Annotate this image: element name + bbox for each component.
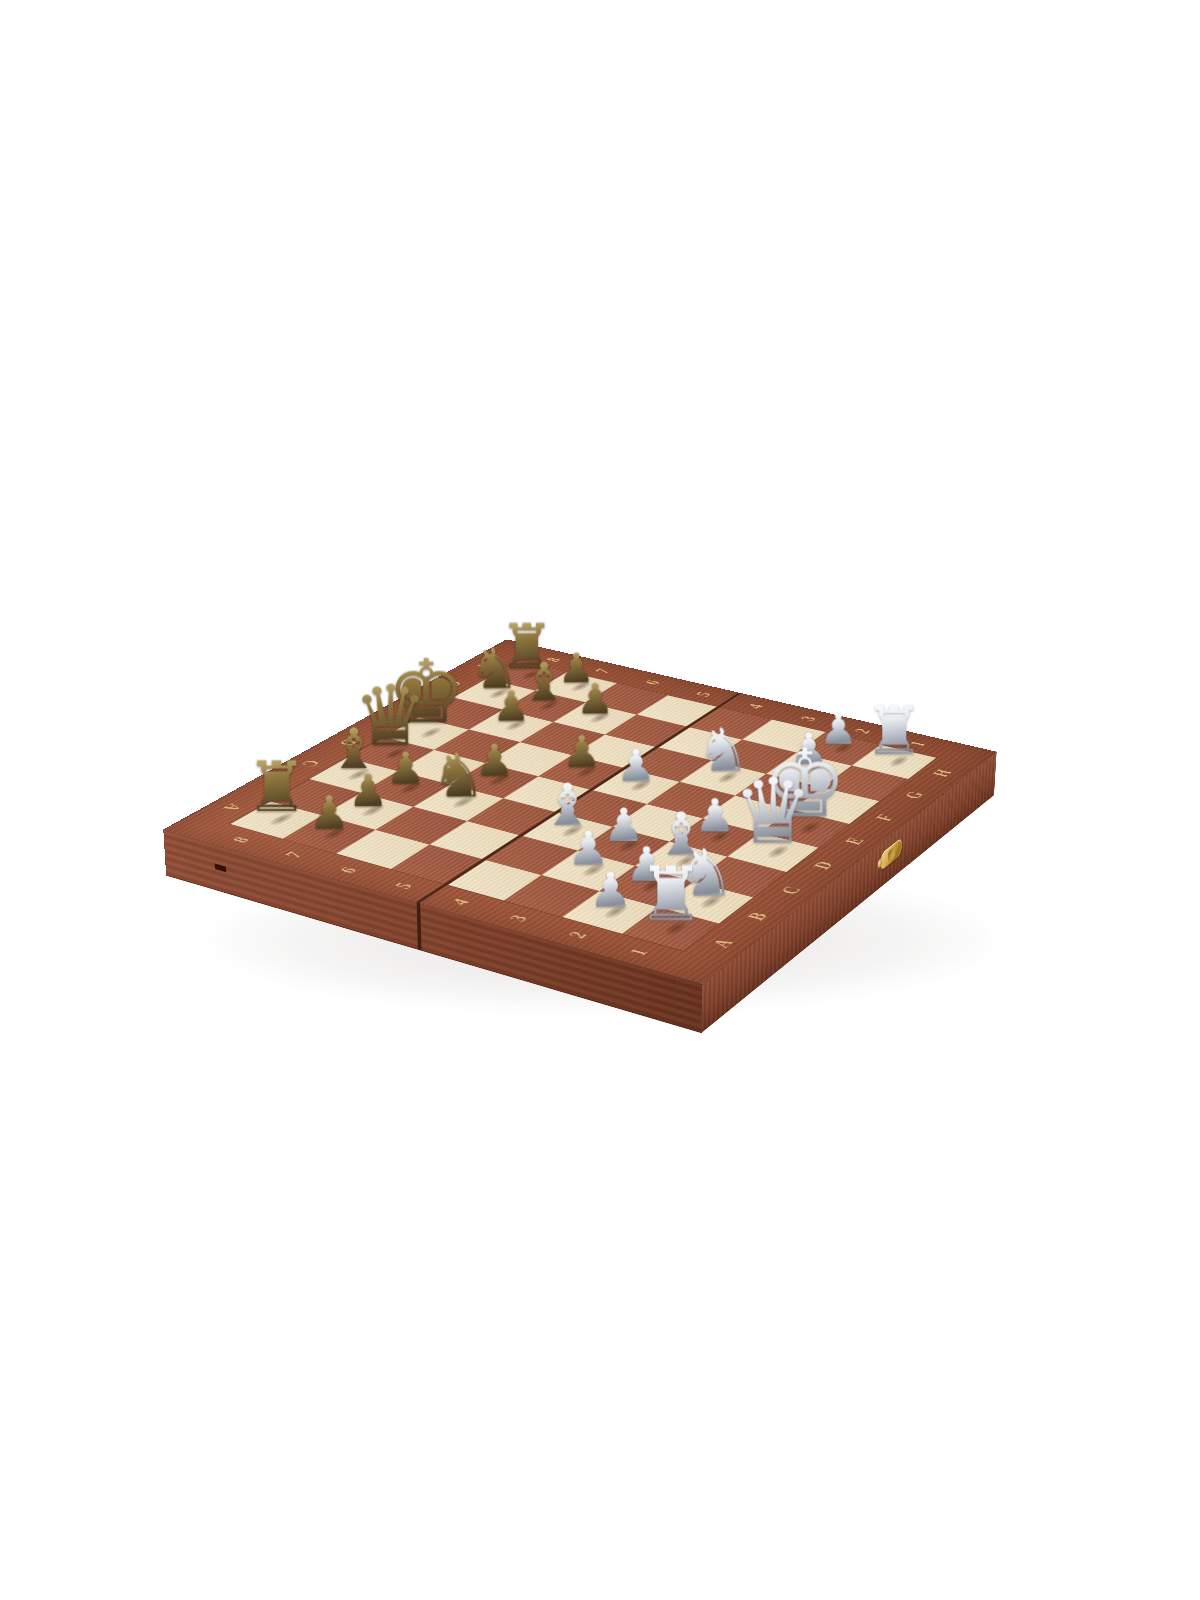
brass-clasp-icon xyxy=(880,837,902,872)
piece-black-pawn-c7[interactable]: ♟ xyxy=(386,746,425,790)
file-label-top-a: A xyxy=(217,802,247,813)
piece-white-queen-d1[interactable]: ♛ xyxy=(733,766,814,856)
piece-black-pawn-b7[interactable]: ♟ xyxy=(348,768,388,813)
file-label-bottom-e: E xyxy=(840,835,870,846)
piece-white-rook-h1[interactable]: ♜ xyxy=(864,698,924,765)
piece-white-pawn-e4[interactable]: ♟ xyxy=(616,744,655,788)
file-label-bottom-a: A xyxy=(707,936,740,950)
file-label-bottom-c: C xyxy=(776,884,808,897)
piece-white-rook-a1[interactable]: ♜ xyxy=(637,857,704,932)
piece-black-pawn-a7[interactable]: ♟ xyxy=(309,791,350,836)
product-photo-stage: AABBCCDDEEFFGGHH1122334455667788♜♞♛♚♜♟♟♝… xyxy=(0,0,1200,1600)
hinge-slot xyxy=(215,863,227,872)
file-label-bottom-h: H xyxy=(928,768,958,779)
piece-white-pawn-a2[interactable]: ♟ xyxy=(589,866,632,914)
rank-label-right-5: 5 xyxy=(691,690,716,698)
piece-black-pawn-e5[interactable]: ♟ xyxy=(562,731,601,774)
file-label-bottom-g: G xyxy=(899,789,929,800)
file-label-bottom-b: B xyxy=(742,910,774,923)
rank-label-left-7: 7 xyxy=(281,850,309,860)
file-label-bottom-d: D xyxy=(808,859,839,871)
piece-black-pawn-g6[interactable]: ♟ xyxy=(577,678,614,720)
rank-label-left-2: 2 xyxy=(563,929,593,940)
rank-label-left-5: 5 xyxy=(390,880,419,891)
rank-label-right-3: 3 xyxy=(796,714,822,722)
fold-seam-side xyxy=(417,902,422,949)
rank-label-right-6: 6 xyxy=(641,679,666,687)
rank-label-left-6: 6 xyxy=(335,865,364,876)
rank-label-right-4: 4 xyxy=(743,702,769,710)
piece-black-knight-c6[interactable]: ♞ xyxy=(431,744,485,805)
piece-black-rook-a8[interactable]: ♜ xyxy=(245,753,307,823)
rank-label-left-8: 8 xyxy=(228,835,256,845)
rank-label-left-1: 1 xyxy=(624,946,655,958)
rank-label-left-4: 4 xyxy=(446,896,475,907)
file-label-bottom-f: F xyxy=(871,812,900,823)
piece-black-pawn-f7[interactable]: ♟ xyxy=(492,685,530,727)
rank-label-left-3: 3 xyxy=(504,913,534,924)
